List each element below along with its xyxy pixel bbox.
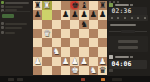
game-controls-box <box>108 36 148 52</box>
game-control-button-bar[interactable] <box>118 40 138 43</box>
piece-white-queen[interactable]: ♛ <box>42 29 51 38</box>
board-square-c2[interactable] <box>52 57 61 66</box>
sidebar-list-item[interactable] <box>1 31 15 34</box>
board-square-f1[interactable] <box>79 66 88 75</box>
board-square-e4[interactable] <box>70 38 79 47</box>
board-square-d1[interactable] <box>61 66 70 75</box>
list-item-icon <box>1 26 4 29</box>
game-panel: 02:36 04:06 <box>107 0 150 76</box>
board-square-b2[interactable] <box>42 57 51 66</box>
piece-white-rook[interactable]: ♜ <box>42 1 51 10</box>
piece-white-king[interactable]: ♚ <box>70 66 79 75</box>
move-list-row-bar[interactable] <box>110 24 136 26</box>
status-bar-red-icon[interactable] <box>81 78 85 81</box>
board-square-c6[interactable] <box>52 20 61 29</box>
board-square-e1[interactable]: ♚ <box>70 66 79 75</box>
board-square-a7[interactable]: ♟ <box>33 10 42 19</box>
board-square-a2[interactable]: ♟ <box>33 57 42 66</box>
toolbar-icon[interactable] <box>131 17 133 19</box>
board-square-f4[interactable] <box>79 38 88 47</box>
piece-black-pawn[interactable]: ♟ <box>61 10 70 19</box>
toolbar-icon[interactable] <box>124 17 126 19</box>
toolbar-icon[interactable] <box>137 17 139 19</box>
piece-white-knight[interactable]: ♞ <box>52 47 61 56</box>
piece-white-pawn[interactable]: ♟ <box>79 57 88 66</box>
sidebar-list-item[interactable] <box>1 26 22 29</box>
board-square-d6[interactable] <box>61 20 70 29</box>
game-control-button-bar[interactable] <box>118 46 138 49</box>
piece-black-pawn[interactable]: ♟ <box>98 10 107 19</box>
list-item-icon <box>1 31 4 34</box>
piece-black-pawn[interactable]: ♟ <box>89 10 98 19</box>
board-square-e7[interactable]: ♟ <box>70 10 79 19</box>
board-square-a4[interactable] <box>33 38 42 47</box>
status-bar-orange-icon[interactable] <box>101 78 105 81</box>
board-square-g4[interactable] <box>89 38 98 47</box>
player-clock: 04:06 <box>109 60 147 69</box>
piece-black-queen[interactable]: ♛ <box>98 66 107 75</box>
player-flag-icon <box>130 56 133 58</box>
player-name-bar <box>115 56 129 58</box>
board-square-c1[interactable] <box>52 66 61 75</box>
board-square-c7[interactable] <box>52 10 61 19</box>
board-square-e5[interactable] <box>70 29 79 38</box>
opponent-name-bar <box>115 4 129 6</box>
board-square-f6[interactable]: ♞ <box>79 20 88 29</box>
piece-white-pawn[interactable]: ♟ <box>33 57 42 66</box>
board-square-h6[interactable] <box>98 20 107 29</box>
board-square-f2[interactable]: ♟ <box>79 57 88 66</box>
board-square-b3[interactable] <box>42 47 51 56</box>
board-square-c8[interactable] <box>52 1 61 10</box>
piece-white-pawn[interactable]: ♟ <box>61 57 70 66</box>
left-sidebar <box>0 0 33 76</box>
player-row[interactable] <box>109 55 133 59</box>
sidebar-item-label-bar <box>5 6 23 8</box>
bottom-status-bar <box>0 76 150 82</box>
sidebar-divider <box>2 11 30 12</box>
board-square-e6[interactable] <box>70 20 79 29</box>
board-square-g6[interactable] <box>89 20 98 29</box>
moves-toolbar[interactable] <box>108 15 148 21</box>
board-square-a6[interactable] <box>33 20 42 29</box>
board-square-d4[interactable] <box>61 38 70 47</box>
list-item-icon <box>1 22 4 25</box>
board-square-h7[interactable]: ♟ <box>98 10 107 19</box>
piece-black-pawn[interactable]: ♟ <box>70 10 79 19</box>
toolbar-icon[interactable] <box>144 17 146 19</box>
board-square-c3[interactable]: ♞ <box>52 47 61 56</box>
list-item-label-bar <box>5 32 15 34</box>
chat-icon[interactable] <box>109 69 113 72</box>
piece-black-pawn[interactable]: ♟ <box>33 10 42 19</box>
status-bar-item[interactable] <box>8 78 14 81</box>
piece-black-knight[interactable]: ♞ <box>79 20 88 29</box>
app-window: ♜♜♚♝♜♟♟♟♟♟♟♞♛♞♟♟♟♟♟♚♞♛ 02:36 <box>0 0 150 82</box>
board-square-h5[interactable] <box>98 29 107 38</box>
chess-board[interactable]: ♜♜♚♝♜♟♟♟♟♟♟♞♛♞♟♟♟♟♟♚♞♛ <box>33 1 107 75</box>
sidebar-list-item[interactable] <box>1 22 27 25</box>
app-logo-icon <box>1 1 4 4</box>
toolbar-icon[interactable] <box>117 17 119 19</box>
sidebar-logo-row[interactable] <box>1 1 29 4</box>
sidebar-green-button[interactable] <box>2 14 14 18</box>
board-square-b8[interactable]: ♜ <box>42 1 51 10</box>
board-square-h4[interactable] <box>98 38 107 47</box>
panel-divider-label-bar <box>121 30 135 33</box>
board-square-b5[interactable]: ♛ <box>42 29 51 38</box>
board-square-c5[interactable] <box>52 29 61 38</box>
board-square-b4[interactable] <box>42 38 51 47</box>
piece-white-knight[interactable]: ♞ <box>89 66 98 75</box>
board-square-g5[interactable] <box>89 29 98 38</box>
board-square-d2[interactable]: ♟ <box>61 57 70 66</box>
board-square-g1[interactable]: ♞ <box>89 66 98 75</box>
board-square-b1[interactable] <box>42 66 51 75</box>
sidebar-title-bar <box>5 2 29 4</box>
board-square-a5[interactable] <box>33 29 42 38</box>
list-item-label-bar <box>5 23 27 25</box>
player-avatar <box>109 55 113 59</box>
toolbar-icon[interactable] <box>111 17 113 19</box>
list-item-label-bar <box>5 27 22 29</box>
opponent-flag-icon <box>130 4 133 6</box>
board-square-b7[interactable] <box>42 10 51 19</box>
status-bar-item[interactable] <box>17 78 23 81</box>
board-square-h1[interactable]: ♛ <box>98 66 107 75</box>
board-square-a1[interactable] <box>33 66 42 75</box>
board-square-d5[interactable] <box>61 29 70 38</box>
board-square-f5[interactable] <box>79 29 88 38</box>
board-square-g3[interactable] <box>89 47 98 56</box>
board-square-d7[interactable]: ♟ <box>61 10 70 19</box>
status-bar-item[interactable] <box>112 78 122 81</box>
board-square-g7[interactable]: ♟ <box>89 10 98 19</box>
